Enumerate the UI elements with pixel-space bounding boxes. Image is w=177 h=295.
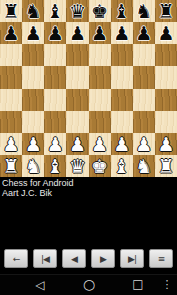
square-h4[interactable] <box>155 89 177 111</box>
menu-button[interactable]: ≡ <box>149 249 173 268</box>
square-f3[interactable] <box>111 111 133 133</box>
square-g8[interactable]: ♞ <box>133 0 155 22</box>
square-a6[interactable] <box>0 44 22 66</box>
black-pawn[interactable]: ♟ <box>91 22 108 44</box>
black-pawn[interactable]: ♟ <box>113 22 130 44</box>
square-f1[interactable]: ♝ <box>111 155 133 177</box>
app-title: Chess for Android <box>2 178 177 188</box>
square-g4[interactable] <box>133 89 155 111</box>
white-rook[interactable]: ♜ <box>3 155 20 177</box>
square-h1[interactable]: ♜ <box>155 155 177 177</box>
square-g5[interactable] <box>133 66 155 88</box>
square-c2[interactable]: ♟ <box>44 133 66 155</box>
black-pawn[interactable]: ♟ <box>69 22 86 44</box>
square-b7[interactable]: ♟ <box>22 22 44 44</box>
black-queen[interactable]: ♛ <box>69 0 86 22</box>
square-h2[interactable]: ♟ <box>155 133 177 155</box>
square-a7[interactable]: ♟ <box>0 22 22 44</box>
square-d2[interactable]: ♟ <box>66 133 88 155</box>
square-g2[interactable]: ♟ <box>133 133 155 155</box>
square-d8[interactable]: ♛ <box>66 0 88 22</box>
status-area: Chess for Android Aart J.C. Bik ← |◀ ◀ ▶… <box>0 177 177 274</box>
white-pawn[interactable]: ♟ <box>47 133 64 155</box>
black-bishop[interactable]: ♝ <box>113 0 130 22</box>
square-a2[interactable]: ♟ <box>0 133 22 155</box>
nav-recents-button[interactable]: □ <box>129 275 147 295</box>
square-h5[interactable] <box>155 66 177 88</box>
square-c7[interactable]: ♟ <box>44 22 66 44</box>
square-e3[interactable] <box>89 111 111 133</box>
square-d4[interactable] <box>66 89 88 111</box>
previous-move-button[interactable]: ◀ <box>62 249 86 268</box>
square-a1[interactable]: ♜ <box>0 155 22 177</box>
chess-board: ♜♞♝♛♚♝♞♜♟♟♟♟♟♟♟♟♟♟♟♟♟♟♟♟♜♞♝♛♚♝♞♜ <box>0 0 177 177</box>
square-f6[interactable] <box>111 44 133 66</box>
app-author: Aart J.C. Bik <box>2 188 177 198</box>
square-d7[interactable]: ♟ <box>66 22 88 44</box>
square-b1[interactable]: ♞ <box>22 155 44 177</box>
square-b6[interactable] <box>22 44 44 66</box>
square-h6[interactable] <box>155 44 177 66</box>
square-e2[interactable]: ♟ <box>89 133 111 155</box>
square-c3[interactable] <box>44 111 66 133</box>
square-c1[interactable]: ♝ <box>44 155 66 177</box>
black-knight[interactable]: ♞ <box>135 0 152 22</box>
chess-app-screen: ♜♞♝♛♚♝♞♜♟♟♟♟♟♟♟♟♟♟♟♟♟♟♟♟♜♞♝♛♚♝♞♜ Chess f… <box>0 0 177 295</box>
white-king[interactable]: ♚ <box>91 155 108 177</box>
square-d5[interactable] <box>66 66 88 88</box>
square-d3[interactable] <box>66 111 88 133</box>
square-b5[interactable] <box>22 66 44 88</box>
square-f7[interactable]: ♟ <box>111 22 133 44</box>
white-pawn[interactable]: ♟ <box>113 133 130 155</box>
app-info: Chess for Android Aart J.C. Bik <box>0 177 177 198</box>
square-c4[interactable] <box>44 89 66 111</box>
black-pawn[interactable]: ♟ <box>47 22 64 44</box>
square-b8[interactable]: ♞ <box>22 0 44 22</box>
black-knight[interactable]: ♞ <box>25 0 42 22</box>
white-pawn[interactable]: ♟ <box>135 133 152 155</box>
black-king[interactable]: ♚ <box>91 0 108 22</box>
white-knight[interactable]: ♞ <box>135 155 152 177</box>
nav-home-button[interactable]: ○ <box>80 275 98 295</box>
square-e4[interactable] <box>89 89 111 111</box>
white-pawn[interactable]: ♟ <box>157 133 174 155</box>
square-g6[interactable] <box>133 44 155 66</box>
square-c8[interactable]: ♝ <box>44 0 66 22</box>
square-d1[interactable]: ♛ <box>66 155 88 177</box>
square-e1[interactable]: ♚ <box>89 155 111 177</box>
square-e8[interactable]: ♚ <box>89 0 111 22</box>
white-bishop[interactable]: ♝ <box>113 155 130 177</box>
black-pawn[interactable]: ♟ <box>3 22 20 44</box>
last-move-button[interactable]: ▶| <box>120 249 144 268</box>
square-c5[interactable] <box>44 66 66 88</box>
white-bishop[interactable]: ♝ <box>47 155 64 177</box>
square-g7[interactable]: ♟ <box>133 22 155 44</box>
white-rook[interactable]: ♜ <box>157 155 174 177</box>
black-pawn[interactable]: ♟ <box>157 22 174 44</box>
black-bishop[interactable]: ♝ <box>47 0 64 22</box>
square-b2[interactable]: ♟ <box>22 133 44 155</box>
white-knight[interactable]: ♞ <box>25 155 42 177</box>
square-b3[interactable] <box>22 111 44 133</box>
back-button[interactable]: ← <box>4 249 28 268</box>
white-pawn[interactable]: ♟ <box>69 133 86 155</box>
square-a4[interactable] <box>0 89 22 111</box>
square-c6[interactable] <box>44 44 66 66</box>
black-rook[interactable]: ♜ <box>3 0 20 22</box>
square-e5[interactable] <box>89 66 111 88</box>
first-move-button[interactable]: |◀ <box>33 249 57 268</box>
replay-toolbar: ← |◀ ◀ ▶ ▶| ≡ <box>0 249 177 268</box>
square-h7[interactable]: ♟ <box>155 22 177 44</box>
android-navbar: ◁ ○ □ ⋮ <box>0 274 177 295</box>
white-queen[interactable]: ♛ <box>69 155 86 177</box>
square-a3[interactable] <box>0 111 22 133</box>
black-pawn[interactable]: ♟ <box>135 22 152 44</box>
square-e6[interactable] <box>89 44 111 66</box>
nav-back-button[interactable]: ◁ <box>31 275 49 295</box>
white-pawn[interactable]: ♟ <box>91 133 108 155</box>
black-pawn[interactable]: ♟ <box>25 22 42 44</box>
square-f2[interactable]: ♟ <box>111 133 133 155</box>
square-h8[interactable]: ♜ <box>155 0 177 22</box>
square-f8[interactable]: ♝ <box>111 0 133 22</box>
square-g3[interactable] <box>133 111 155 133</box>
white-pawn[interactable]: ♟ <box>25 133 42 155</box>
square-h3[interactable] <box>155 111 177 133</box>
next-move-button[interactable]: ▶ <box>91 249 115 268</box>
square-g1[interactable]: ♞ <box>133 155 155 177</box>
nav-overflow-button[interactable]: ⋮ <box>161 275 173 295</box>
white-pawn[interactable]: ♟ <box>3 133 20 155</box>
square-a8[interactable]: ♜ <box>0 0 22 22</box>
square-f4[interactable] <box>111 89 133 111</box>
black-rook[interactable]: ♜ <box>157 0 174 22</box>
square-f5[interactable] <box>111 66 133 88</box>
square-b4[interactable] <box>22 89 44 111</box>
square-a5[interactable] <box>0 66 22 88</box>
square-e7[interactable]: ♟ <box>89 22 111 44</box>
square-d6[interactable] <box>66 44 88 66</box>
